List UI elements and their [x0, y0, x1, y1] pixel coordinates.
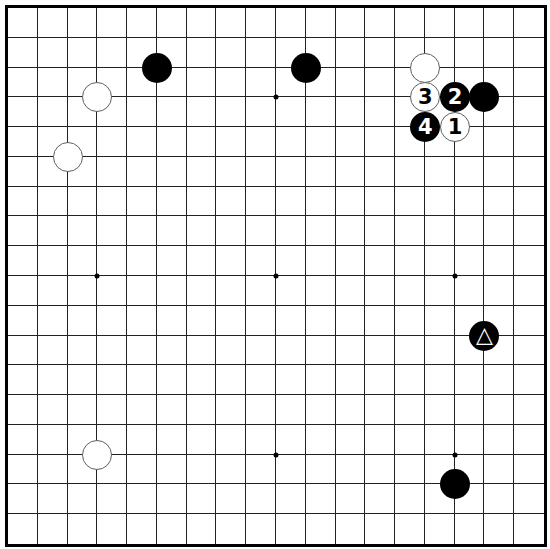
grid-cell [97, 336, 127, 366]
grid-cell [336, 276, 366, 306]
grid-cell [157, 276, 187, 306]
grid-cell [157, 395, 187, 425]
grid-cell [425, 246, 455, 276]
grid-cell [8, 216, 38, 246]
grid-cell [38, 8, 68, 38]
grid-cell [8, 246, 38, 276]
grid-cell [276, 246, 306, 276]
grid-cell [97, 276, 127, 306]
grid-cell [127, 365, 157, 395]
grid-cell [395, 306, 425, 336]
grid-cell [157, 336, 187, 366]
grid-cell [514, 365, 544, 395]
grid-cell [306, 336, 336, 366]
grid-cell [365, 276, 395, 306]
grid-cell [246, 336, 276, 366]
grid-cell [336, 246, 366, 276]
grid-cell [216, 68, 246, 98]
grid-cell [395, 365, 425, 395]
grid-cell [157, 157, 187, 187]
grid-cell [425, 216, 455, 246]
grid-cell [187, 395, 217, 425]
grid-cell [336, 306, 366, 336]
grid-cell [127, 246, 157, 276]
grid-cell [216, 455, 246, 485]
grid-cell [68, 246, 98, 276]
grid-cell [306, 425, 336, 455]
grid-cell [68, 484, 98, 514]
grid-cell [395, 246, 425, 276]
grid-cell [246, 8, 276, 38]
grid-cell [38, 97, 68, 127]
grid-cell [365, 68, 395, 98]
grid-cell [68, 8, 98, 38]
grid-cell [216, 157, 246, 187]
grid-cell [216, 276, 246, 306]
stone-r16 [469, 82, 499, 112]
grid-cell [425, 514, 455, 544]
grid-cell [97, 187, 127, 217]
grid-cell [216, 306, 246, 336]
grid-cell [8, 484, 38, 514]
grid-cell [484, 127, 514, 157]
grid-cell [336, 336, 366, 366]
grid-cell [216, 365, 246, 395]
grid-cell [97, 365, 127, 395]
grid-cell [306, 187, 336, 217]
grid-cell [276, 365, 306, 395]
grid-cell [484, 484, 514, 514]
grid-cell [246, 276, 276, 306]
grid-cell [276, 216, 306, 246]
grid-cell [97, 484, 127, 514]
grid-cell [157, 216, 187, 246]
grid-cell [365, 514, 395, 544]
grid-cell [127, 216, 157, 246]
grid-cell [68, 336, 98, 366]
grid-cell [246, 216, 276, 246]
grid-cell [187, 455, 217, 485]
grid-cell [127, 455, 157, 485]
grid-cell [484, 246, 514, 276]
grid-cell [187, 425, 217, 455]
grid-cell [157, 97, 187, 127]
stone-p15: 4 [410, 112, 440, 142]
grid-cell [216, 97, 246, 127]
grid-cell [276, 127, 306, 157]
triangle-mark-icon: △ [476, 324, 493, 346]
grid-cell [395, 455, 425, 485]
grid-cell [38, 306, 68, 336]
grid-cell [514, 484, 544, 514]
grid-cell [306, 455, 336, 485]
grid-cell [306, 484, 336, 514]
grid-cell [38, 38, 68, 68]
grid-cell [8, 157, 38, 187]
grid-cell [68, 395, 98, 425]
grid-cell [395, 514, 425, 544]
move-number-label: 3 [418, 87, 432, 108]
grid-cell [8, 365, 38, 395]
grid-cell [38, 216, 68, 246]
grid-cell [336, 187, 366, 217]
grid-cell [395, 216, 425, 246]
move-number-label: 1 [448, 117, 462, 138]
grid-cell [8, 455, 38, 485]
grid-cell [38, 68, 68, 98]
grid-cell [484, 276, 514, 306]
grid-cell [68, 216, 98, 246]
grid-cell [246, 395, 276, 425]
grid-cell [68, 187, 98, 217]
grid-cell [8, 97, 38, 127]
grid-cell [514, 68, 544, 98]
grid-cell [8, 38, 38, 68]
star-point [274, 274, 279, 279]
grid-cell [246, 97, 276, 127]
grid-cell [97, 395, 127, 425]
grid-cell [187, 38, 217, 68]
grid-cell [514, 336, 544, 366]
grid-cell [38, 455, 68, 485]
grid-cell [127, 425, 157, 455]
grid-cell [365, 187, 395, 217]
grid-cell [276, 187, 306, 217]
grid-cell [216, 127, 246, 157]
grid-cell [127, 187, 157, 217]
grid-cell [187, 514, 217, 544]
move-number-label: 2 [448, 87, 462, 108]
grid-cell [455, 157, 485, 187]
grid-cell [246, 68, 276, 98]
grid-cell [514, 246, 544, 276]
grid-cell [306, 276, 336, 306]
grid-cell [514, 514, 544, 544]
stone-p16: 3 [410, 82, 440, 112]
grid-cell [484, 395, 514, 425]
grid-cell [365, 365, 395, 395]
grid-cell [68, 276, 98, 306]
grid-cell [365, 127, 395, 157]
star-point [452, 274, 457, 279]
grid-cell [336, 8, 366, 38]
grid-cell [514, 157, 544, 187]
grid-cell [8, 336, 38, 366]
grid-cell [157, 514, 187, 544]
grid-cell [127, 8, 157, 38]
grid-cell [306, 306, 336, 336]
grid-cell [336, 127, 366, 157]
grid-cell [306, 97, 336, 127]
grid-cell [514, 38, 544, 68]
grid-cell [246, 306, 276, 336]
grid-cell [68, 38, 98, 68]
star-point [274, 452, 279, 457]
grid-cell [127, 484, 157, 514]
grid-cell [306, 127, 336, 157]
grid-cell [336, 365, 366, 395]
grid-cell [216, 425, 246, 455]
grid-cell [187, 306, 217, 336]
grid-cell [336, 425, 366, 455]
grid-cell [306, 246, 336, 276]
grid-cell [127, 306, 157, 336]
grid-cell [68, 514, 98, 544]
grid-cell [455, 425, 485, 455]
grid-cell [455, 38, 485, 68]
grid-cell [514, 187, 544, 217]
grid-cell [246, 514, 276, 544]
grid-cell [425, 306, 455, 336]
grid-cell [306, 365, 336, 395]
grid-cell [455, 514, 485, 544]
grid-cell [276, 514, 306, 544]
grid-cell [365, 246, 395, 276]
stone-q15: 1 [440, 112, 470, 142]
grid-cell [455, 8, 485, 38]
grid-cell [365, 8, 395, 38]
grid-cell [216, 187, 246, 217]
grid-cell [187, 8, 217, 38]
grid-cell [187, 68, 217, 98]
grid-cell [425, 157, 455, 187]
grid-cell [276, 425, 306, 455]
grid-cell [306, 395, 336, 425]
grid-cell [157, 455, 187, 485]
grid-cell [127, 336, 157, 366]
grid-cell [157, 246, 187, 276]
grid-cell [365, 455, 395, 485]
grid-cell [127, 127, 157, 157]
grid-cell [365, 157, 395, 187]
grid-cell [395, 395, 425, 425]
grid-cell [216, 38, 246, 68]
grid-cell [336, 455, 366, 485]
grid-cell [68, 365, 98, 395]
grid-cell [425, 8, 455, 38]
grid-cell [306, 216, 336, 246]
grid-cell [365, 97, 395, 127]
grid-cell [336, 157, 366, 187]
grid-cell [157, 425, 187, 455]
grid-cell [127, 514, 157, 544]
grid-cell [187, 246, 217, 276]
grid-cell [8, 68, 38, 98]
grid-cell [484, 187, 514, 217]
grid-cell [8, 306, 38, 336]
grid-cell [127, 276, 157, 306]
grid-cell [514, 8, 544, 38]
grid-cell [365, 38, 395, 68]
grid-cell [127, 157, 157, 187]
grid-cell [336, 216, 366, 246]
grid-cell [484, 514, 514, 544]
grid-cell [306, 514, 336, 544]
grid-cell [38, 365, 68, 395]
grid-cell [336, 514, 366, 544]
grid-cell [246, 246, 276, 276]
grid-cell [8, 395, 38, 425]
grid-cell [157, 127, 187, 157]
grid-cell [8, 127, 38, 157]
grid-cell [216, 514, 246, 544]
grid-cell [187, 336, 217, 366]
grid-cell [276, 276, 306, 306]
grid-cell [187, 157, 217, 187]
grid-cell [246, 187, 276, 217]
grid-cell [306, 157, 336, 187]
star-point [274, 95, 279, 100]
grid-cell [276, 306, 306, 336]
grid-cell [365, 395, 395, 425]
grid-cell [514, 455, 544, 485]
grid-cell [38, 484, 68, 514]
grid-cell [395, 484, 425, 514]
stone-q3 [440, 469, 470, 499]
grid-cell [38, 395, 68, 425]
stone-l17 [291, 53, 321, 83]
grid-cell [8, 425, 38, 455]
grid-cell [187, 484, 217, 514]
move-number-label: 4 [418, 117, 432, 138]
grid-cell [336, 395, 366, 425]
grid-cell [306, 8, 336, 38]
grid-cell [455, 365, 485, 395]
grid-cell [157, 484, 187, 514]
stone-d16 [82, 82, 112, 112]
grid-cell [187, 187, 217, 217]
grid-cell [38, 336, 68, 366]
grid-cell [8, 514, 38, 544]
grid-cell [514, 127, 544, 157]
grid-cell [38, 276, 68, 306]
grid-cell [425, 276, 455, 306]
grid-cell [8, 8, 38, 38]
grid-cell [455, 216, 485, 246]
grid-cell [395, 336, 425, 366]
grid-cell [276, 157, 306, 187]
grid-cell [514, 425, 544, 455]
grid-cell [484, 425, 514, 455]
grid-cell [216, 484, 246, 514]
grid-cell [365, 336, 395, 366]
grid-cell [38, 187, 68, 217]
star-point [95, 274, 100, 279]
grid-cell [246, 38, 276, 68]
grid-cell [336, 97, 366, 127]
grid-cell [97, 157, 127, 187]
grid-cell [514, 97, 544, 127]
grid-cell [246, 484, 276, 514]
grid-cell [395, 8, 425, 38]
grid-cell [246, 425, 276, 455]
grid-cell [425, 365, 455, 395]
grid-cell [127, 97, 157, 127]
grid-cell [425, 336, 455, 366]
grid-cell [425, 395, 455, 425]
grid-cell [276, 455, 306, 485]
grid-cell [276, 484, 306, 514]
stone-p17 [410, 53, 440, 83]
grid-cell [336, 38, 366, 68]
grid-cell [365, 484, 395, 514]
grid-cell [246, 127, 276, 157]
grid-cell [68, 306, 98, 336]
grid-cell [97, 38, 127, 68]
grid-cell [455, 246, 485, 276]
grid-cell [216, 395, 246, 425]
grid-cell [97, 246, 127, 276]
stone-r8: △ [469, 321, 499, 351]
grid-cell [484, 157, 514, 187]
grid-cell [97, 127, 127, 157]
grid-cell [97, 216, 127, 246]
grid-cell [276, 97, 306, 127]
grid-cell [276, 8, 306, 38]
grid-cell [514, 395, 544, 425]
grid-cell [336, 68, 366, 98]
grid-cell [97, 8, 127, 38]
grid-cell [484, 455, 514, 485]
grid-cell [455, 395, 485, 425]
stone-d4 [82, 440, 112, 470]
grid-cell [187, 216, 217, 246]
grid-cell [425, 425, 455, 455]
grid-cell [216, 336, 246, 366]
grid-cell [157, 365, 187, 395]
grid-cell [336, 484, 366, 514]
star-point [452, 452, 457, 457]
grid-cell [216, 8, 246, 38]
grid-cell [157, 187, 187, 217]
grid-cell [395, 276, 425, 306]
go-board: 3241△ [5, 5, 547, 547]
grid-cell [38, 246, 68, 276]
go-diagram-screen: 3241△ [0, 0, 550, 549]
grid-cell [187, 127, 217, 157]
grid-cell [187, 276, 217, 306]
grid-cell [187, 97, 217, 127]
grid-cell [216, 246, 246, 276]
stone-f17 [142, 53, 172, 83]
grid-cell [484, 365, 514, 395]
grid-cell [455, 187, 485, 217]
grid-cell [97, 306, 127, 336]
stone-q16: 2 [440, 82, 470, 112]
grid-cell [395, 187, 425, 217]
grid-cell [395, 157, 425, 187]
grid-cell [514, 276, 544, 306]
grid-cell [484, 38, 514, 68]
grid-cell [38, 514, 68, 544]
grid-cell [97, 514, 127, 544]
grid-cell [484, 216, 514, 246]
grid-cell [365, 425, 395, 455]
grid-cell [365, 306, 395, 336]
grid-cell [395, 425, 425, 455]
grid-cell [8, 187, 38, 217]
grid-cell [425, 187, 455, 217]
grid-cell [455, 276, 485, 306]
grid-cell [127, 395, 157, 425]
grid-cell [514, 216, 544, 246]
grid-cell [8, 276, 38, 306]
grid-cell [484, 8, 514, 38]
grid-cell [187, 365, 217, 395]
grid-cell [514, 306, 544, 336]
grid-cell [157, 306, 187, 336]
grid-cell [246, 365, 276, 395]
